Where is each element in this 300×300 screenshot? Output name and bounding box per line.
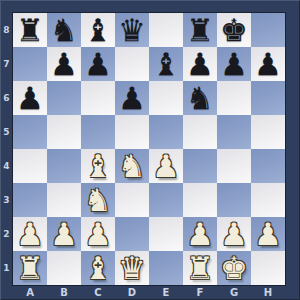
square-g5[interactable] <box>217 115 251 149</box>
rank-label-2: 2 <box>0 217 13 251</box>
square-a3[interactable] <box>13 183 47 217</box>
square-h7[interactable]: ♟ <box>251 47 285 81</box>
black-rook-icon: ♜ <box>16 13 44 47</box>
square-a4[interactable] <box>13 149 47 183</box>
square-f5[interactable] <box>183 115 217 149</box>
black-pawn-icon: ♟ <box>50 47 78 81</box>
white-pawn-icon: ♟ <box>16 217 44 251</box>
square-h3[interactable] <box>251 183 285 217</box>
rank-label-6: 6 <box>0 81 13 115</box>
chess-board-window: 87654321 ABCDEFGH ♜♞♝♛♜♚♟♟♝♟♟♟♟♟♞♝♞♟♞♟♟♟… <box>0 0 300 300</box>
square-f3[interactable] <box>183 183 217 217</box>
square-a5[interactable] <box>13 115 47 149</box>
square-g3[interactable] <box>217 183 251 217</box>
black-bishop-icon: ♝ <box>84 13 112 47</box>
square-g7[interactable]: ♟ <box>217 47 251 81</box>
white-pawn-icon: ♟ <box>152 149 180 183</box>
square-h2[interactable]: ♟ <box>251 217 285 251</box>
file-label-d: D <box>115 285 149 300</box>
square-c1[interactable]: ♝ <box>81 251 115 285</box>
rank-label-4: 4 <box>0 149 13 183</box>
white-bishop-icon: ♝ <box>84 149 112 183</box>
square-g6[interactable] <box>217 81 251 115</box>
square-d4[interactable]: ♞ <box>115 149 149 183</box>
square-d7[interactable] <box>115 47 149 81</box>
square-e5[interactable] <box>149 115 183 149</box>
square-c7[interactable]: ♟ <box>81 47 115 81</box>
square-g4[interactable] <box>217 149 251 183</box>
square-b4[interactable] <box>47 149 81 183</box>
square-e4[interactable]: ♟ <box>149 149 183 183</box>
square-h1[interactable] <box>251 251 285 285</box>
chess-board: ♜♞♝♛♜♚♟♟♝♟♟♟♟♟♞♝♞♟♞♟♟♟♟♟♟♜♝♛♜♚ <box>13 13 285 285</box>
black-knight-icon: ♞ <box>186 81 214 115</box>
white-pawn-icon: ♟ <box>50 217 78 251</box>
square-h6[interactable] <box>251 81 285 115</box>
square-d3[interactable] <box>115 183 149 217</box>
square-d5[interactable] <box>115 115 149 149</box>
square-g2[interactable]: ♟ <box>217 217 251 251</box>
black-rook-icon: ♜ <box>186 13 214 47</box>
white-pawn-icon: ♟ <box>84 217 112 251</box>
white-pawn-icon: ♟ <box>186 217 214 251</box>
square-h4[interactable] <box>251 149 285 183</box>
square-f7[interactable]: ♟ <box>183 47 217 81</box>
rank-labels: 87654321 <box>0 13 13 285</box>
square-a6[interactable]: ♟ <box>13 81 47 115</box>
black-pawn-icon: ♟ <box>220 47 248 81</box>
square-a2[interactable]: ♟ <box>13 217 47 251</box>
square-e3[interactable] <box>149 183 183 217</box>
square-e7[interactable]: ♝ <box>149 47 183 81</box>
white-rook-icon: ♜ <box>186 251 214 285</box>
square-e8[interactable] <box>149 13 183 47</box>
square-c8[interactable]: ♝ <box>81 13 115 47</box>
square-f8[interactable]: ♜ <box>183 13 217 47</box>
black-knight-icon: ♞ <box>50 13 78 47</box>
square-f4[interactable] <box>183 149 217 183</box>
square-b3[interactable] <box>47 183 81 217</box>
rank-label-8: 8 <box>0 13 13 47</box>
white-queen-icon: ♛ <box>118 251 146 285</box>
square-f6[interactable]: ♞ <box>183 81 217 115</box>
square-g1[interactable]: ♚ <box>217 251 251 285</box>
rank-label-7: 7 <box>0 47 13 81</box>
rank-label-3: 3 <box>0 183 13 217</box>
square-e6[interactable] <box>149 81 183 115</box>
square-h8[interactable] <box>251 13 285 47</box>
square-g8[interactable]: ♚ <box>217 13 251 47</box>
black-queen-icon: ♛ <box>118 13 146 47</box>
square-b1[interactable] <box>47 251 81 285</box>
white-knight-icon: ♞ <box>118 149 146 183</box>
rank-label-5: 5 <box>0 115 13 149</box>
square-a1[interactable]: ♜ <box>13 251 47 285</box>
file-label-a: A <box>13 285 47 300</box>
square-b8[interactable]: ♞ <box>47 13 81 47</box>
square-d8[interactable]: ♛ <box>115 13 149 47</box>
white-king-icon: ♚ <box>220 251 248 285</box>
file-label-e: E <box>149 285 183 300</box>
square-c3[interactable]: ♞ <box>81 183 115 217</box>
black-pawn-icon: ♟ <box>16 81 44 115</box>
rank-label-1: 1 <box>0 251 13 285</box>
square-f2[interactable]: ♟ <box>183 217 217 251</box>
black-bishop-icon: ♝ <box>152 47 180 81</box>
file-label-g: G <box>217 285 251 300</box>
white-pawn-icon: ♟ <box>220 217 248 251</box>
white-bishop-icon: ♝ <box>84 251 112 285</box>
square-b7[interactable]: ♟ <box>47 47 81 81</box>
square-c2[interactable]: ♟ <box>81 217 115 251</box>
square-b5[interactable] <box>47 115 81 149</box>
square-e2[interactable] <box>149 217 183 251</box>
square-d6[interactable]: ♟ <box>115 81 149 115</box>
black-pawn-icon: ♟ <box>254 47 282 81</box>
square-c6[interactable] <box>81 81 115 115</box>
square-h5[interactable] <box>251 115 285 149</box>
file-label-h: H <box>251 285 285 300</box>
file-labels: ABCDEFGH <box>13 285 285 300</box>
white-pawn-icon: ♟ <box>254 217 282 251</box>
square-b6[interactable] <box>47 81 81 115</box>
white-knight-icon: ♞ <box>84 183 112 217</box>
white-rook-icon: ♜ <box>16 251 44 285</box>
black-pawn-icon: ♟ <box>118 81 146 115</box>
square-a7[interactable] <box>13 47 47 81</box>
square-f1[interactable]: ♜ <box>183 251 217 285</box>
square-d1[interactable]: ♛ <box>115 251 149 285</box>
square-c4[interactable]: ♝ <box>81 149 115 183</box>
file-label-b: B <box>47 285 81 300</box>
black-king-icon: ♚ <box>220 13 248 47</box>
black-pawn-icon: ♟ <box>84 47 112 81</box>
square-c5[interactable] <box>81 115 115 149</box>
file-label-f: F <box>183 285 217 300</box>
square-e1[interactable] <box>149 251 183 285</box>
square-b2[interactable]: ♟ <box>47 217 81 251</box>
black-pawn-icon: ♟ <box>186 47 214 81</box>
square-a8[interactable]: ♜ <box>13 13 47 47</box>
square-d2[interactable] <box>115 217 149 251</box>
file-label-c: C <box>81 285 115 300</box>
